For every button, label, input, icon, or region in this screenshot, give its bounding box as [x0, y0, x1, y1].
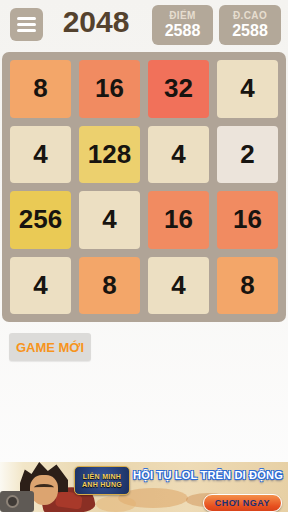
score-box: ĐIỂM 2588: [152, 5, 213, 45]
tile-r2c3: 16: [217, 191, 278, 249]
ad-decoration: [96, 496, 136, 512]
hamburger-icon: [17, 29, 36, 32]
ad-character-brow: [34, 484, 54, 491]
score-label: ĐIỂM: [169, 10, 196, 22]
ad-logo-line1: LIÊN MINH: [83, 473, 121, 481]
tile-r0c0: 8: [10, 60, 71, 118]
app-title: 2048: [52, 5, 140, 39]
ad-headline: HỘI TỤ LOL TRÊN DI ĐỘNG: [130, 469, 286, 481]
app-screen: 2048 ĐIỂM 2588 Đ.CAO 2588 8 16 32 4 4 12…: [0, 0, 288, 512]
tile-r1c1: 128: [79, 126, 140, 184]
tile-r0c1: 16: [79, 60, 140, 118]
hamburger-icon: [17, 17, 36, 20]
game-board[interactable]: 8 16 32 4 4 128 4 2 256 4 16 16 4 8 4 8: [2, 52, 286, 322]
ad-armor-ring-icon: [6, 495, 19, 508]
tile-r3c2: 4: [148, 257, 209, 315]
tile-r3c1: 8: [79, 257, 140, 315]
ad-game-logo: LIÊN MINH ANH HÙNG: [74, 466, 130, 495]
ad-banner[interactable]: LIÊN MINH ANH HÙNG HỘI TỤ LOL TRÊN DI ĐỘ…: [0, 462, 288, 512]
new-game-button[interactable]: GAME MỚI: [9, 333, 91, 361]
tile-r1c0: 4: [10, 126, 71, 184]
tile-r3c0: 4: [10, 257, 71, 315]
score-value: 2588: [165, 22, 201, 40]
menu-button[interactable]: [10, 8, 43, 41]
ad-cta-button[interactable]: CHƠI NGAY: [203, 494, 282, 512]
tile-r1c3: 2: [217, 126, 278, 184]
tile-r0c3: 4: [217, 60, 278, 118]
tile-r2c1: 4: [79, 191, 140, 249]
tile-r3c3: 8: [217, 257, 278, 315]
hamburger-icon: [17, 23, 36, 26]
tile-r2c2: 16: [148, 191, 209, 249]
best-score-box: Đ.CAO 2588: [219, 5, 281, 45]
ad-logo-line2: ANH HÙNG: [82, 481, 122, 489]
tile-r1c2: 4: [148, 126, 209, 184]
best-score-value: 2588: [232, 22, 268, 40]
best-score-label: Đ.CAO: [233, 10, 267, 22]
tile-r2c0: 256: [10, 191, 71, 249]
tile-r0c2: 32: [148, 60, 209, 118]
